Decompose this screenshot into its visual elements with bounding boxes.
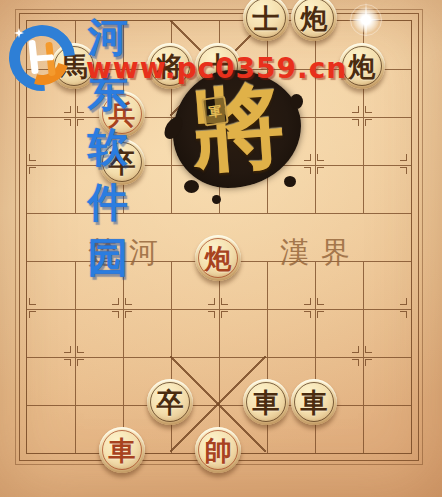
board-cell [267, 309, 315, 357]
piece-character: 車 [253, 389, 280, 416]
board-cell [219, 117, 267, 165]
piece-red-soldier[interactable]: 兵 [99, 91, 145, 137]
river-label-han-jie: 漢界 [260, 233, 370, 273]
board-cell [363, 309, 411, 357]
board-cell [27, 357, 75, 405]
board-cell [27, 309, 75, 357]
piece-black-general[interactable]: 将 [147, 43, 193, 89]
piece-red-rook[interactable]: 車 [99, 427, 145, 473]
board-cell [171, 117, 219, 165]
board-cell [171, 309, 219, 357]
board-cell [75, 357, 123, 405]
piece-character: 士 [205, 53, 232, 80]
piece-character: 将 [157, 53, 184, 80]
piece-character: 兵 [109, 101, 136, 128]
piece-black-rook-2[interactable]: 車 [291, 379, 337, 425]
board-cell [219, 309, 267, 357]
piece-character: 炮 [205, 245, 232, 272]
board-cell [27, 117, 75, 165]
board-cell [363, 261, 411, 309]
piece-character: 卒 [157, 389, 184, 416]
piece-character: 卒 [109, 149, 136, 176]
piece-red-cannon[interactable]: 炮 [195, 235, 241, 281]
board-cell [315, 165, 363, 213]
board-cell [27, 405, 75, 453]
board-cell [315, 309, 363, 357]
board-cell [27, 165, 75, 213]
piece-character: 士 [253, 5, 280, 32]
piece-black-horse[interactable]: 馬 [51, 43, 97, 89]
piece-black-soldier-2[interactable]: 卒 [147, 379, 193, 425]
logo-star-icon [14, 28, 24, 38]
piece-character: 帥 [205, 437, 232, 464]
river-label-chu-he: 楚河 [68, 233, 178, 273]
board-cell [363, 405, 411, 453]
board-cell [315, 117, 363, 165]
board-cell [267, 69, 315, 117]
board-cell [363, 213, 411, 261]
board-cell [267, 165, 315, 213]
piece-character: 車 [301, 389, 328, 416]
xiangqi-game-screen: 楚河 漢界 士炮馬将士炮兵卒炮卒車車車帥 將 軍 河东软件园 www.pc035… [0, 0, 442, 497]
board-cell [363, 117, 411, 165]
piece-character: 炮 [349, 53, 376, 80]
piece-black-rook-1[interactable]: 車 [243, 379, 289, 425]
piece-red-general[interactable]: 帥 [195, 427, 241, 473]
piece-black-soldier-1[interactable]: 卒 [99, 139, 145, 185]
piece-character: 馬 [61, 53, 88, 80]
board-cell [363, 165, 411, 213]
board-cell [123, 309, 171, 357]
board-cell [363, 357, 411, 405]
board-cell [267, 117, 315, 165]
piece-character: 車 [109, 437, 136, 464]
board-cell [219, 165, 267, 213]
piece-black-cannon-2[interactable]: 炮 [339, 43, 385, 89]
board-cell [75, 309, 123, 357]
board-cell [171, 165, 219, 213]
piece-character: 炮 [301, 5, 328, 32]
piece-black-advisor-2[interactable]: 士 [195, 43, 241, 89]
